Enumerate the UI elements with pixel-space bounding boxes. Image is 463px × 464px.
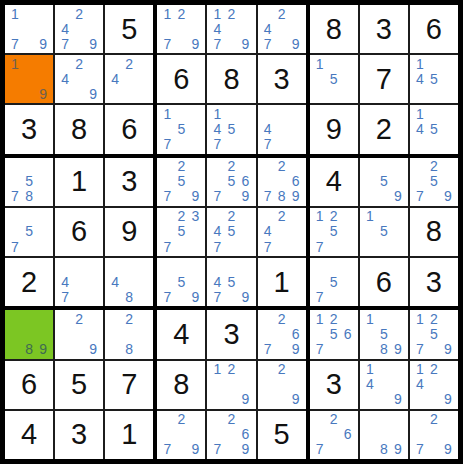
candidate-1 (160, 209, 174, 224)
cell-r9c7[interactable]: 267 (310, 411, 358, 459)
cell-r6c8[interactable]: 6 (360, 258, 408, 306)
candidate-7: 7 (413, 341, 427, 356)
candidate-6 (136, 274, 150, 289)
cell-r2c6[interactable]: 3 (258, 55, 306, 103)
candidate-6 (341, 224, 355, 239)
candidate-5 (22, 71, 36, 86)
candidate-8 (22, 239, 36, 254)
cell-r2c1[interactable]: 19 (5, 55, 53, 103)
candidate-2: 2 (275, 6, 289, 21)
candidate-6 (239, 122, 253, 137)
cell-r3c3[interactable]: 6 (105, 105, 153, 153)
candidate-4: 4 (413, 377, 427, 392)
candidate-1: 1 (363, 209, 377, 224)
candidate-2 (427, 56, 441, 71)
candidate-1 (313, 412, 327, 427)
candidate-4 (313, 326, 327, 341)
candidate-8 (174, 442, 188, 457)
candidate-1 (8, 311, 22, 326)
cell-value: 2 (376, 115, 392, 144)
cell-r6c1[interactable]: 2 (5, 258, 53, 306)
box-5: 257925679267892357245724757945791 (157, 158, 305, 307)
candidate-7: 7 (160, 137, 174, 152)
candidate-1: 1 (8, 56, 22, 71)
candidate-4: 4 (210, 122, 224, 137)
cell-r8c1[interactable]: 6 (5, 361, 53, 409)
candidate-2: 2 (224, 159, 238, 174)
cell-r3c1[interactable]: 3 (5, 105, 53, 153)
cell-r3c8[interactable]: 2 (360, 105, 408, 153)
candidate-5 (72, 274, 86, 289)
candidate-9: 9 (36, 36, 50, 51)
cell-r7c7[interactable]: 12567 (310, 310, 358, 358)
candidate-6 (391, 427, 405, 442)
candidate-9: 9 (441, 189, 455, 204)
pencil-marks: 57 (313, 259, 355, 304)
candidate-5: 5 (427, 71, 441, 86)
candidate-9: 9 (239, 189, 253, 204)
cell-r4c9[interactable]: 2579 (410, 158, 458, 206)
cell-r2c8[interactable]: 7 (360, 55, 408, 103)
candidate-8 (224, 442, 238, 457)
pencil-marks: 247 (261, 209, 303, 254)
candidate-4: 4 (261, 21, 275, 36)
cell-value: 5 (274, 420, 290, 449)
cell-r1c7[interactable]: 8 (310, 5, 358, 53)
candidate-5: 5 (427, 174, 441, 189)
candidate-2 (174, 259, 188, 274)
candidate-7: 7 (413, 189, 427, 204)
candidate-6 (188, 427, 202, 442)
candidate-8 (174, 189, 188, 204)
candidate-4: 4 (108, 274, 122, 289)
candidate-7 (313, 86, 327, 101)
candidate-5 (427, 377, 441, 392)
candidate-2: 2 (174, 412, 188, 427)
candidate-7 (8, 341, 22, 356)
pencil-marks: 89 (8, 311, 50, 356)
candidate-9 (341, 86, 355, 101)
cell-r4c2[interactable]: 1 (55, 158, 103, 206)
cell-value: 6 (173, 65, 189, 94)
cell-r5c1[interactable]: 57 (5, 208, 53, 256)
cell-r5c5[interactable]: 2457 (207, 208, 255, 256)
cell-r8c3[interactable]: 7 (105, 361, 153, 409)
cell-r5c9[interactable]: 8 (410, 208, 458, 256)
cell-r6c3[interactable]: 48 (105, 258, 153, 306)
candidate-2: 2 (72, 56, 86, 71)
candidate-1: 1 (313, 56, 327, 71)
candidate-8 (275, 137, 289, 152)
cell-r3c9[interactable]: 145 (410, 105, 458, 153)
cell-r4c5[interactable]: 25679 (207, 158, 255, 206)
cell-r7c3[interactable]: 28 (105, 310, 153, 358)
cell-r6c5[interactable]: 4579 (207, 258, 255, 306)
candidate-8 (427, 189, 441, 204)
candidate-6 (86, 71, 100, 86)
candidate-5: 5 (224, 274, 238, 289)
candidate-3 (341, 311, 355, 326)
candidate-4 (108, 326, 122, 341)
cell-r1c1[interactable]: 179 (5, 5, 53, 53)
pencil-marks: 2679 (210, 412, 252, 457)
candidate-3 (188, 106, 202, 121)
cell-r6c2[interactable]: 47 (55, 258, 103, 306)
cell-r8c9[interactable]: 1249 (410, 361, 458, 409)
pencil-marks: 579 (160, 259, 202, 304)
candidate-8 (327, 289, 341, 304)
candidate-7: 7 (210, 289, 224, 304)
cell-value: 5 (121, 15, 137, 44)
candidate-9: 9 (441, 392, 455, 407)
candidate-8 (174, 36, 188, 51)
candidate-1 (108, 311, 122, 326)
candidate-1 (261, 209, 275, 224)
candidate-5: 5 (377, 224, 391, 239)
pencil-marks: 2579 (160, 159, 202, 204)
candidate-7: 7 (261, 36, 275, 51)
candidate-7 (261, 392, 275, 407)
candidate-3 (36, 159, 50, 174)
candidate-8 (224, 36, 238, 51)
cell-r9c3[interactable]: 1 (105, 411, 153, 459)
candidate-5: 5 (174, 174, 188, 189)
candidate-3 (36, 6, 50, 21)
candidate-1 (363, 159, 377, 174)
candidate-3 (289, 311, 303, 326)
cell-r9c4[interactable]: 279 (157, 411, 205, 459)
pencil-marks: 12567 (313, 311, 355, 356)
candidate-8 (224, 289, 238, 304)
cell-r8c4[interactable]: 8 (157, 361, 205, 409)
cell-r7c6[interactable]: 2679 (258, 310, 306, 358)
candidate-3 (86, 259, 100, 274)
candidate-3 (86, 6, 100, 21)
cell-r3c6[interactable]: 47 (258, 105, 306, 153)
cell-r6c6[interactable]: 1 (258, 258, 306, 306)
candidate-7: 7 (413, 442, 427, 457)
candidate-2: 2 (174, 209, 188, 224)
candidate-1 (108, 259, 122, 274)
pencil-marks: 267 (313, 412, 355, 457)
candidate-3: 3 (188, 209, 202, 224)
cell-r5c6[interactable]: 247 (258, 208, 306, 256)
candidate-9: 9 (289, 341, 303, 356)
cell-r6c9[interactable]: 3 (410, 258, 458, 306)
cell-r3c4[interactable]: 157 (157, 105, 205, 153)
cell-r1c5[interactable]: 12479 (207, 5, 255, 53)
candidate-1 (261, 6, 275, 21)
candidate-9 (441, 86, 455, 101)
cell-r6c4[interactable]: 579 (157, 258, 205, 306)
candidate-4: 4 (210, 274, 224, 289)
cell-value: 6 (376, 268, 392, 297)
candidate-3 (341, 56, 355, 71)
pencil-marks: 1249 (413, 362, 455, 407)
candidate-7: 7 (8, 239, 22, 254)
candidate-2 (22, 6, 36, 21)
pencil-marks: 145 (413, 56, 455, 101)
candidate-1: 1 (413, 362, 427, 377)
cell-r7c4[interactable]: 4 (157, 310, 205, 358)
candidate-3 (341, 209, 355, 224)
candidate-4 (261, 377, 275, 392)
candidate-4: 4 (58, 21, 72, 36)
pencil-marks: 1457 (210, 106, 252, 151)
candidate-4 (8, 326, 22, 341)
cell-r2c7[interactable]: 15 (310, 55, 358, 103)
candidate-6 (188, 174, 202, 189)
candidate-8: 8 (22, 341, 36, 356)
candidate-8 (72, 289, 86, 304)
box-9: 125671589125793149124926789279 (310, 310, 458, 459)
candidate-3 (239, 412, 253, 427)
candidate-2 (122, 259, 136, 274)
candidate-6 (239, 224, 253, 239)
candidate-2 (174, 106, 188, 121)
cell-r2c5[interactable]: 8 (207, 55, 255, 103)
candidate-8: 8 (275, 189, 289, 204)
cell-r1c6[interactable]: 2479 (258, 5, 306, 53)
cell-r7c1[interactable]: 89 (5, 310, 53, 358)
pencil-marks: 89 (363, 412, 405, 457)
candidate-3 (86, 56, 100, 71)
candidate-4 (261, 326, 275, 341)
cell-r5c4[interactable]: 2357 (157, 208, 205, 256)
candidate-9: 9 (391, 392, 405, 407)
cell-r4c1[interactable]: 578 (5, 158, 53, 206)
candidate-3 (239, 259, 253, 274)
candidate-4 (160, 174, 174, 189)
candidate-1 (210, 209, 224, 224)
candidate-6 (391, 377, 405, 392)
cell-r1c4[interactable]: 1279 (157, 5, 205, 53)
candidate-2: 2 (224, 209, 238, 224)
candidate-6 (441, 174, 455, 189)
cell-r8c5[interactable]: 129 (207, 361, 255, 409)
candidate-8 (327, 86, 341, 101)
cell-r7c5[interactable]: 3 (207, 310, 255, 358)
candidate-7: 7 (58, 289, 72, 304)
candidate-6 (341, 71, 355, 86)
candidate-8 (174, 289, 188, 304)
cell-r7c8[interactable]: 1589 (360, 310, 408, 358)
candidate-1 (58, 259, 72, 274)
cell-r4c8[interactable]: 59 (360, 158, 408, 206)
cell-r8c2[interactable]: 5 (55, 361, 103, 409)
cell-r5c8[interactable]: 15 (360, 208, 408, 256)
cell-r9c1[interactable]: 4 (5, 411, 53, 459)
candidate-6 (441, 377, 455, 392)
candidate-2: 2 (427, 311, 441, 326)
candidate-3 (188, 6, 202, 21)
candidate-4 (313, 71, 327, 86)
candidate-1: 1 (313, 209, 327, 224)
candidate-2 (22, 311, 36, 326)
candidate-2: 2 (275, 362, 289, 377)
candidate-1: 1 (413, 56, 427, 71)
pencil-marks: 2479 (58, 6, 100, 51)
candidate-7: 7 (160, 239, 174, 254)
cell-r5c3[interactable]: 9 (105, 208, 153, 256)
candidate-9 (86, 289, 100, 304)
candidate-4: 4 (261, 224, 275, 239)
candidate-9: 9 (289, 189, 303, 204)
candidate-7: 7 (210, 239, 224, 254)
candidate-6: 6 (289, 326, 303, 341)
candidate-9 (239, 239, 253, 254)
candidate-1 (363, 412, 377, 427)
cell-value: 6 (71, 217, 87, 246)
candidate-9 (289, 137, 303, 152)
candidate-1 (160, 159, 174, 174)
box-2: 1279124792479683157145747 (157, 5, 305, 154)
pencil-marks: 12579 (413, 311, 455, 356)
candidate-3 (289, 6, 303, 21)
cell-value: 3 (21, 115, 37, 144)
candidate-4 (8, 224, 22, 239)
candidate-6 (441, 427, 455, 442)
cell-r1c2[interactable]: 2479 (55, 5, 103, 53)
candidate-9: 9 (239, 36, 253, 51)
cell-r2c4[interactable]: 6 (157, 55, 205, 103)
candidate-4 (160, 274, 174, 289)
candidate-4 (8, 174, 22, 189)
cell-r6c7[interactable]: 57 (310, 258, 358, 306)
cell-r8c6[interactable]: 29 (258, 361, 306, 409)
cell-r1c8[interactable]: 3 (360, 5, 408, 53)
candidate-4: 4 (210, 224, 224, 239)
candidate-7: 7 (210, 137, 224, 152)
cell-r7c9[interactable]: 12579 (410, 310, 458, 358)
candidate-3 (391, 311, 405, 326)
pencil-marks: 129 (210, 362, 252, 407)
candidate-5: 5 (427, 122, 441, 137)
candidate-9 (136, 341, 150, 356)
cell-r5c7[interactable]: 1257 (310, 208, 358, 256)
cell-r9c5[interactable]: 2679 (207, 411, 255, 459)
candidate-8 (377, 189, 391, 204)
box-1: 179247951924924386 (5, 5, 153, 154)
candidate-4 (413, 326, 427, 341)
cell-r1c3[interactable]: 5 (105, 5, 153, 53)
cell-r9c6[interactable]: 5 (258, 411, 306, 459)
cell-value: 6 (121, 115, 137, 144)
pencil-marks: 578 (8, 159, 50, 204)
cell-value: 3 (223, 320, 239, 349)
cell-value: 1 (121, 420, 137, 449)
cell-r4c4[interactable]: 2579 (157, 158, 205, 206)
candidate-7: 7 (160, 36, 174, 51)
candidate-5: 5 (377, 326, 391, 341)
candidate-8 (224, 189, 238, 204)
candidate-2 (275, 106, 289, 121)
cell-r1c9[interactable]: 6 (410, 5, 458, 53)
candidate-7 (8, 86, 22, 101)
candidate-9 (36, 189, 50, 204)
candidate-2: 2 (224, 362, 238, 377)
candidate-9: 9 (239, 392, 253, 407)
candidate-8 (174, 137, 188, 152)
candidate-1 (261, 159, 275, 174)
candidate-2 (22, 56, 36, 71)
cell-r3c5[interactable]: 1457 (207, 105, 255, 153)
cell-r3c2[interactable]: 8 (55, 105, 103, 153)
candidate-9: 9 (239, 289, 253, 304)
candidate-9 (136, 289, 150, 304)
candidate-9: 9 (86, 36, 100, 51)
candidate-7: 7 (8, 36, 22, 51)
cell-r8c8[interactable]: 149 (360, 361, 408, 409)
candidate-3 (239, 106, 253, 121)
candidate-7 (58, 86, 72, 101)
pencil-marks: 2457 (210, 209, 252, 254)
cell-value: 6 (21, 370, 37, 399)
candidate-1: 1 (160, 106, 174, 121)
candidate-6 (86, 21, 100, 36)
candidate-9: 9 (86, 86, 100, 101)
candidate-3 (188, 159, 202, 174)
candidate-8 (72, 36, 86, 51)
cell-value: 4 (21, 420, 37, 449)
pencil-marks: 145 (413, 106, 455, 151)
candidate-5 (224, 21, 238, 36)
candidate-7 (363, 189, 377, 204)
candidate-6 (289, 377, 303, 392)
candidate-3 (341, 259, 355, 274)
cell-r9c8[interactable]: 89 (360, 411, 408, 459)
candidate-9 (289, 239, 303, 254)
box-8: 43267981292927926795 (157, 310, 305, 459)
box-7: 892928657431 (5, 310, 153, 459)
candidate-5 (377, 377, 391, 392)
candidate-5: 5 (22, 224, 36, 239)
cell-r2c2[interactable]: 249 (55, 55, 103, 103)
cell-r9c9[interactable]: 279 (410, 411, 458, 459)
candidate-2 (377, 311, 391, 326)
candidate-1 (210, 159, 224, 174)
cell-r3c7[interactable]: 9 (310, 105, 358, 153)
candidate-3 (36, 209, 50, 224)
cell-value: 4 (173, 320, 189, 349)
candidate-5: 5 (377, 174, 391, 189)
cell-r2c3[interactable]: 24 (105, 55, 153, 103)
cell-r4c7[interactable]: 4 (310, 158, 358, 206)
candidate-9 (188, 137, 202, 152)
candidate-7 (413, 86, 427, 101)
candidate-1: 1 (8, 6, 22, 21)
candidate-4 (8, 71, 22, 86)
candidate-4: 4 (261, 122, 275, 137)
cell-r5c2[interactable]: 6 (55, 208, 103, 256)
pencil-marks: 2479 (261, 6, 303, 51)
cell-r8c7[interactable]: 3 (310, 361, 358, 409)
candidate-8 (22, 86, 36, 101)
box-6: 459257912571585763 (310, 158, 458, 307)
candidate-4: 4 (58, 274, 72, 289)
candidate-1: 1 (210, 106, 224, 121)
candidate-8 (275, 239, 289, 254)
candidate-1 (210, 412, 224, 427)
candidate-5 (122, 326, 136, 341)
candidate-7: 7 (210, 36, 224, 51)
cell-r2c9[interactable]: 145 (410, 55, 458, 103)
candidate-8 (275, 341, 289, 356)
cell-r9c2[interactable]: 3 (55, 411, 103, 459)
cell-r7c2[interactable]: 29 (55, 310, 103, 358)
cell-r4c6[interactable]: 26789 (258, 158, 306, 206)
cell-r4c3[interactable]: 3 (105, 158, 153, 206)
